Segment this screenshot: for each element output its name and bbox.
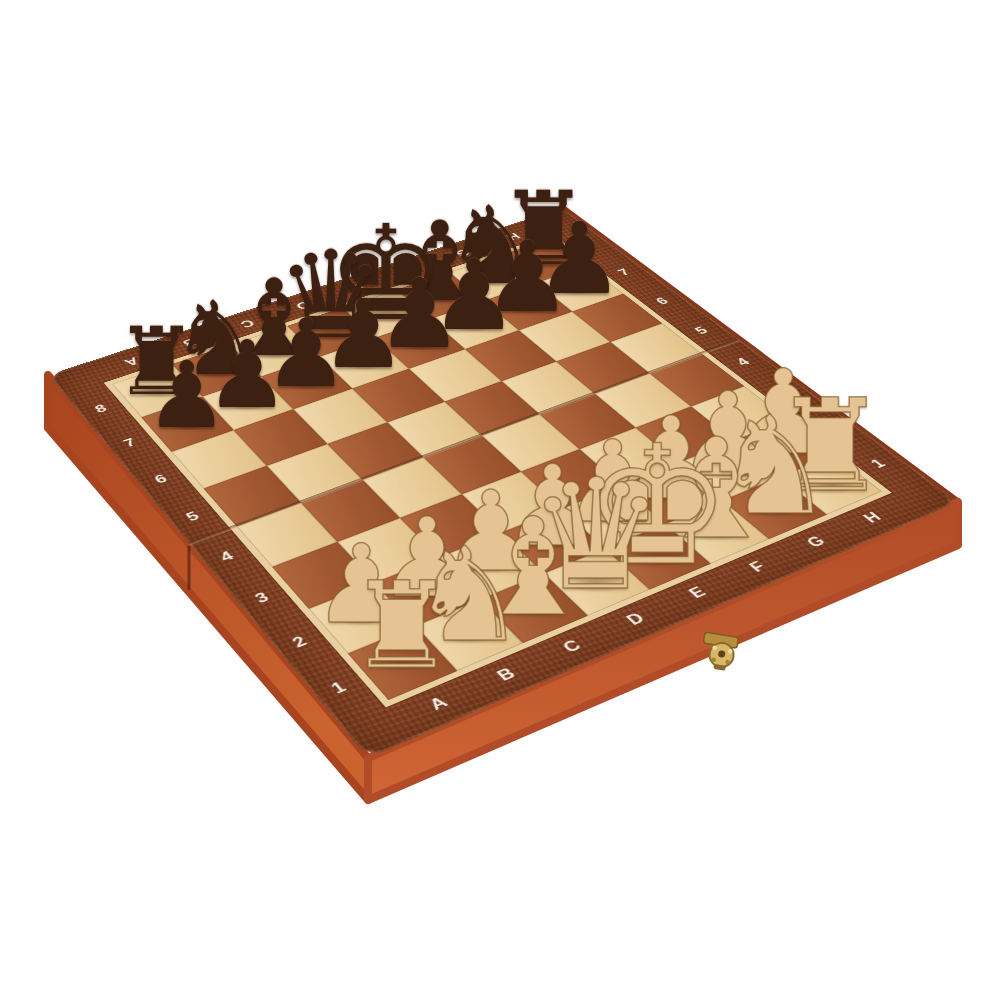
file-label-far-b: B: [179, 336, 200, 349]
file-label-far-h: H: [502, 230, 523, 242]
rank-label-right-4: 4: [733, 355, 754, 368]
file-label-near-d: D: [623, 610, 650, 629]
rank-label-left-3: 3: [252, 589, 274, 607]
rank-label-right-5: 5: [692, 325, 713, 338]
file-label-near-h: H: [860, 509, 887, 526]
file-label-near-g: G: [802, 533, 830, 551]
file-label-near-a: A: [425, 693, 453, 714]
file-label-near-b: B: [493, 664, 520, 684]
file-label-far-g: G: [451, 247, 473, 259]
file-label-near-e: E: [685, 584, 711, 602]
rank-label-left-1: 1: [328, 678, 352, 697]
rank-label-left-6: 6: [151, 472, 171, 487]
file-label-near-c: C: [559, 637, 586, 657]
rank-label-right-8: 8: [579, 240, 598, 251]
file-label-far-f: F: [401, 264, 420, 276]
file-label-far-a: A: [120, 355, 141, 369]
rank-label-right-1: 1: [867, 456, 891, 471]
file-label-far-e: E: [347, 281, 367, 293]
rank-label-left-4: 4: [216, 548, 237, 565]
rank-label-right-3: 3: [775, 388, 797, 402]
rank-label-left-2: 2: [289, 633, 312, 651]
product-photo: AA88BB77CC66DD55EE44FF33GG22HH11 ♜♞♝♛♚♝♞…: [0, 0, 1000, 1000]
file-label-far-c: C: [236, 317, 257, 330]
rank-label-right-6: 6: [653, 295, 673, 307]
rank-label-left-5: 5: [183, 509, 204, 525]
rank-label-left-7: 7: [121, 436, 140, 450]
rank-label-right-7: 7: [615, 267, 635, 279]
rank-label-left-8: 8: [92, 402, 111, 416]
file-label-near-f: F: [745, 558, 770, 575]
rank-label-right-2: 2: [820, 421, 843, 435]
file-label-far-d: D: [292, 299, 313, 312]
